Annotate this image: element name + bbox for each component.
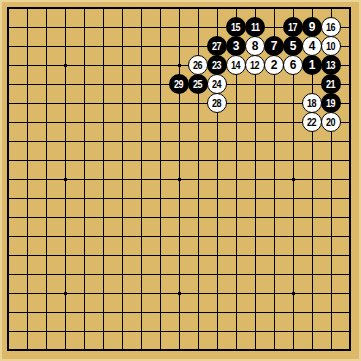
stone-white: 4 (302, 36, 322, 56)
stone-number: 25 (193, 79, 202, 90)
stone-black: 17 (283, 17, 303, 37)
stone-black: 9 (302, 17, 322, 37)
stone-white: 16 (321, 17, 341, 37)
stone-number: 22 (307, 117, 316, 128)
stone-white: 18 (302, 93, 322, 113)
stone-number: 3 (233, 40, 240, 52)
stone-black: 5 (283, 36, 303, 56)
stone-white: 22 (302, 112, 322, 132)
stone-number: 27 (212, 41, 221, 52)
stone-black: 1 (302, 55, 322, 75)
stone-black: 3 (226, 36, 246, 56)
stone-black: 13 (321, 55, 341, 75)
stone-white: 20 (321, 112, 341, 132)
stone-number: 9 (309, 21, 316, 33)
stone-number: 15 (231, 22, 240, 33)
stone-black: 23 (207, 55, 227, 75)
go-board[interactable]: 1234567891011121314151617181920212223242… (0, 0, 361, 361)
stone-number: 10 (326, 41, 335, 52)
stone-number: 19 (326, 98, 335, 109)
stone-number: 5 (290, 40, 297, 52)
stone-number: 24 (212, 79, 221, 90)
stone-number: 7 (271, 40, 278, 52)
stone-black: 7 (264, 36, 284, 56)
stone-number: 20 (326, 117, 335, 128)
stone-number: 28 (212, 98, 221, 109)
stone-black: 21 (321, 74, 341, 94)
stone-white: 24 (207, 74, 227, 94)
stone-black: 29 (169, 74, 189, 94)
stone-number: 8 (252, 40, 259, 52)
stone-number: 14 (231, 60, 240, 71)
stones-layer: 1234567891011121314151617181920212223242… (0, 0, 360, 360)
stone-number: 1 (309, 59, 316, 71)
stone-white: 26 (188, 55, 208, 75)
stone-black: 15 (226, 17, 246, 37)
stone-black: 19 (321, 93, 341, 113)
stone-number: 13 (326, 60, 335, 71)
stone-number: 4 (309, 40, 316, 52)
stone-black: 25 (188, 74, 208, 94)
stone-white: 2 (264, 55, 284, 75)
stone-number: 26 (193, 60, 202, 71)
stone-number: 29 (174, 79, 183, 90)
stone-number: 12 (250, 60, 259, 71)
stone-white: 14 (226, 55, 246, 75)
stone-black: 27 (207, 36, 227, 56)
stone-number: 23 (212, 60, 221, 71)
stone-number: 18 (307, 98, 316, 109)
stone-white: 6 (283, 55, 303, 75)
stone-white: 8 (245, 36, 265, 56)
stone-number: 17 (288, 22, 297, 33)
stone-number: 11 (251, 22, 260, 33)
stone-black: 11 (245, 17, 265, 37)
stone-number: 6 (290, 59, 297, 71)
stone-white: 12 (245, 55, 265, 75)
stone-white: 10 (321, 36, 341, 56)
stone-number: 16 (326, 22, 335, 33)
stone-white: 28 (207, 93, 227, 113)
stone-number: 21 (326, 79, 335, 90)
stone-number: 2 (271, 59, 278, 71)
